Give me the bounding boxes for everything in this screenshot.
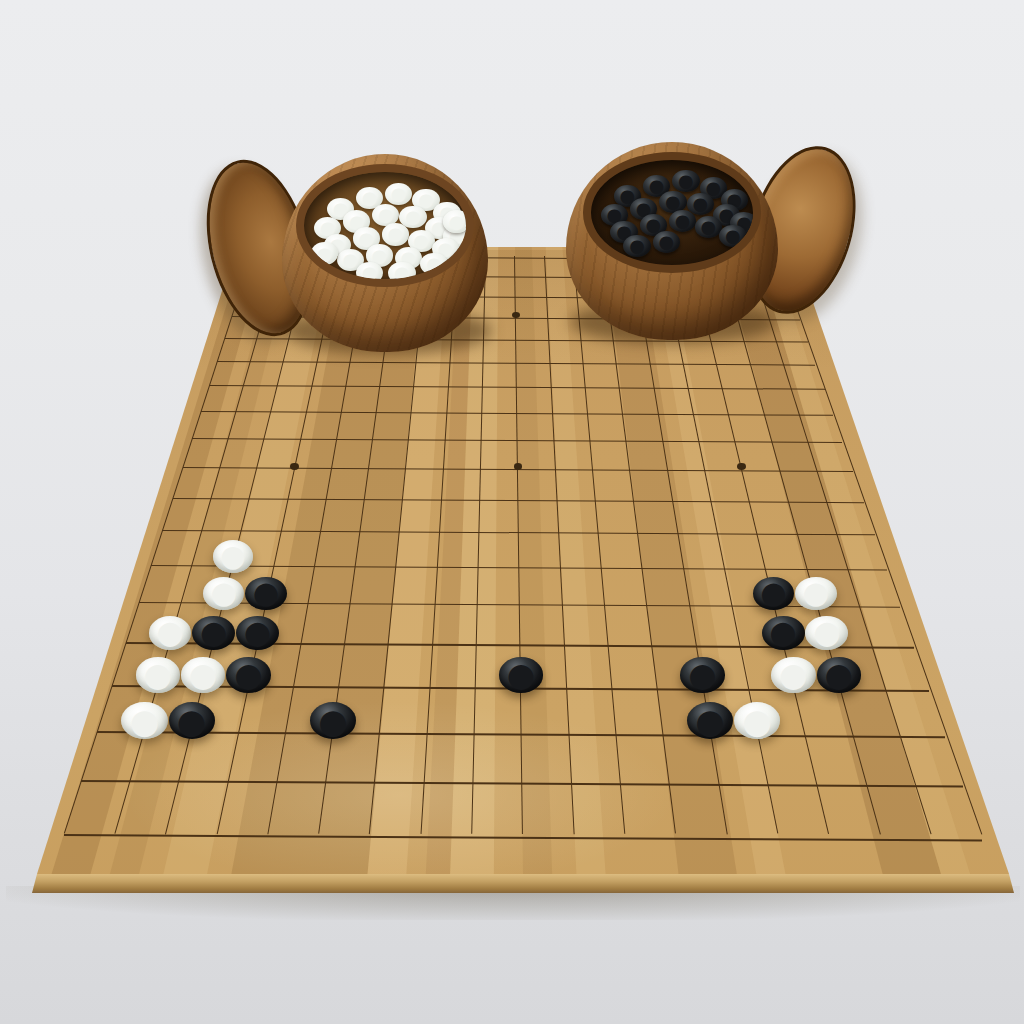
black-bowl-opening: ●●●●●●●●●●●●●●●●●● — [583, 152, 761, 273]
white-stone-bowl: ●●●●●●●●●●●●●●●●●●●●●●●● — [282, 154, 488, 352]
stone-black-O3: ● — [687, 702, 733, 739]
stone-white-B3: ● — [121, 702, 167, 739]
go-board[interactable]: ●●●●●●●●●●●●●●●●●●●●●● — [0, 0, 1024, 1024]
white-stone-in-bowl: ● — [382, 223, 409, 245]
black-stone-in-bowl: ● — [719, 225, 747, 247]
black-stone-in-bowl: ● — [623, 235, 651, 257]
star-point — [737, 463, 745, 470]
stone-black-D6: ● — [245, 577, 286, 610]
black-stone-in-bowl: ● — [669, 210, 697, 232]
stone-black-C3: ● — [169, 702, 215, 739]
white-stone-in-bowl: ● — [356, 262, 383, 284]
black-stone-in-bowl: ● — [672, 170, 700, 192]
stone-white-C6: ● — [203, 577, 244, 610]
grid-vline — [749, 256, 932, 834]
star-point — [512, 312, 520, 318]
board-front-edge — [0, 874, 1024, 893]
star-point — [514, 463, 522, 470]
white-bowl-opening: ●●●●●●●●●●●●●●●●●●●●●●●● — [296, 164, 473, 287]
stone-white-C4: ● — [181, 657, 225, 693]
stone-white-C7: ● — [213, 540, 253, 572]
stone-black-K4: ● — [499, 657, 543, 693]
stone-white-B4: ● — [136, 657, 180, 693]
stone-white-R5: ● — [805, 616, 848, 650]
black-stone-bowl: ●●●●●●●●●●●●●●●●●● — [566, 142, 778, 340]
stone-black-Q5: ● — [762, 616, 805, 650]
white-stone-in-bowl: ● — [385, 183, 412, 205]
white-stone-in-bowl: ● — [388, 262, 415, 284]
stone-white-Q4: ● — [771, 657, 815, 693]
stone-black-C5: ● — [192, 616, 235, 650]
star-point — [290, 463, 298, 470]
stone-white-R6: ● — [795, 577, 836, 610]
stone-white-B5: ● — [149, 616, 192, 650]
black-stone-in-bowl: ● — [653, 231, 681, 253]
white-stone-in-bowl: ● — [443, 210, 470, 232]
stone-black-D5: ● — [236, 616, 279, 650]
stone-black-D4: ● — [226, 657, 270, 693]
white-stone-in-bowl: ● — [311, 242, 338, 264]
white-stone-in-bowl: ● — [420, 253, 447, 275]
go-photo-scene: ●●●●●●●●●●●●●●●●●●●●●● ●●●●●●●●●●●●●●●●●… — [0, 0, 1024, 1024]
stone-white-P3: ● — [734, 702, 780, 739]
stone-black-O4: ● — [680, 657, 724, 693]
stone-black-Q6: ● — [753, 577, 794, 610]
stone-black-R4: ● — [817, 657, 861, 693]
